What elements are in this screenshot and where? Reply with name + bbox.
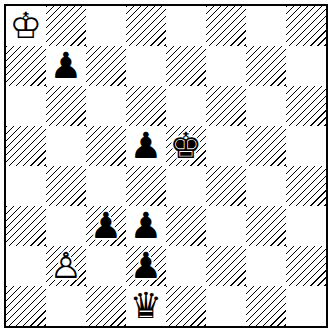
square-f7[interactable] [206, 46, 246, 86]
square-c4[interactable] [86, 166, 126, 206]
square-h5[interactable] [286, 126, 326, 166]
square-h4[interactable] [286, 166, 326, 206]
square-h3[interactable] [286, 206, 326, 246]
square-g4[interactable] [246, 166, 286, 206]
square-f3[interactable] [206, 206, 246, 246]
square-c6[interactable] [86, 86, 126, 126]
square-d4[interactable] [126, 166, 166, 206]
square-f4[interactable] [206, 166, 246, 206]
square-c3[interactable]: ♟ [86, 206, 126, 246]
piece-black-pawn-d3[interactable]: ♟ [126, 206, 166, 246]
square-b3[interactable] [46, 206, 86, 246]
square-g6[interactable] [246, 86, 286, 126]
square-e2[interactable] [166, 246, 206, 286]
square-h8[interactable] [286, 6, 326, 46]
square-a2[interactable] [6, 246, 46, 286]
piece-white-king-a8[interactable]: ♚♔ [6, 6, 46, 46]
square-e6[interactable] [166, 86, 206, 126]
square-f2[interactable] [206, 246, 246, 286]
square-d1[interactable]: ♛ [126, 286, 166, 326]
piece-black-queen-d1[interactable]: ♛ [126, 286, 166, 326]
square-a8[interactable]: ♚♔ [6, 6, 46, 46]
square-b6[interactable] [46, 86, 86, 126]
square-d7[interactable] [126, 46, 166, 86]
square-b1[interactable] [46, 286, 86, 326]
black-pawn-glyph: ♟ [50, 46, 82, 86]
square-c8[interactable] [86, 6, 126, 46]
square-g8[interactable] [246, 6, 286, 46]
square-a4[interactable] [6, 166, 46, 206]
square-c5[interactable] [86, 126, 126, 166]
square-a1[interactable] [6, 286, 46, 326]
square-g1[interactable] [246, 286, 286, 326]
board-frame: ♚♔♟♟♚♟♟♟♙♟♛ [4, 4, 328, 328]
square-e3[interactable] [166, 206, 206, 246]
square-b4[interactable] [46, 166, 86, 206]
square-g5[interactable] [246, 126, 286, 166]
square-e4[interactable] [166, 166, 206, 206]
square-b8[interactable] [46, 6, 86, 46]
square-b5[interactable] [46, 126, 86, 166]
square-e5[interactable]: ♚ [166, 126, 206, 166]
square-f1[interactable] [206, 286, 246, 326]
chess-board: ♚♔♟♟♚♟♟♟♙♟♛ [6, 6, 326, 326]
black-king-glyph: ♚ [170, 126, 202, 166]
square-d3[interactable]: ♟ [126, 206, 166, 246]
square-d6[interactable] [126, 86, 166, 126]
square-c2[interactable] [86, 246, 126, 286]
square-c7[interactable] [86, 46, 126, 86]
black-pawn-glyph: ♟ [130, 206, 162, 246]
square-d5[interactable]: ♟ [126, 126, 166, 166]
square-a5[interactable] [6, 126, 46, 166]
square-c1[interactable] [86, 286, 126, 326]
square-a6[interactable] [6, 86, 46, 126]
square-d8[interactable] [126, 6, 166, 46]
piece-black-pawn-d5[interactable]: ♟ [126, 126, 166, 166]
square-e7[interactable] [166, 46, 206, 86]
black-queen-glyph: ♛ [130, 286, 162, 326]
square-b7[interactable]: ♟ [46, 46, 86, 86]
square-h1[interactable] [286, 286, 326, 326]
square-b2[interactable]: ♟♙ [46, 246, 86, 286]
square-g7[interactable] [246, 46, 286, 86]
square-f8[interactable] [206, 6, 246, 46]
piece-black-pawn-b7[interactable]: ♟ [46, 46, 86, 86]
black-pawn-glyph: ♟ [130, 126, 162, 166]
square-h2[interactable] [286, 246, 326, 286]
square-a7[interactable] [6, 46, 46, 86]
square-h7[interactable] [286, 46, 326, 86]
piece-black-pawn-d2[interactable]: ♟ [126, 246, 166, 286]
square-e1[interactable] [166, 286, 206, 326]
white-king-glyph: ♔ [10, 6, 42, 46]
square-a3[interactable] [6, 206, 46, 246]
black-pawn-glyph: ♟ [90, 206, 122, 246]
piece-black-pawn-c3[interactable]: ♟ [86, 206, 126, 246]
white-pawn-glyph: ♙ [50, 246, 82, 286]
square-g2[interactable] [246, 246, 286, 286]
piece-black-king-e5[interactable]: ♚ [166, 126, 206, 166]
square-e8[interactable] [166, 6, 206, 46]
square-h6[interactable] [286, 86, 326, 126]
piece-white-pawn-b2[interactable]: ♟♙ [46, 246, 86, 286]
square-d2[interactable]: ♟ [126, 246, 166, 286]
square-f5[interactable] [206, 126, 246, 166]
square-f6[interactable] [206, 86, 246, 126]
square-g3[interactable] [246, 206, 286, 246]
black-pawn-glyph: ♟ [130, 246, 162, 286]
